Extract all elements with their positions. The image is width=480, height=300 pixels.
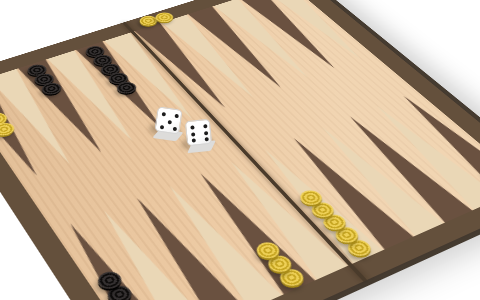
- die-1[interactable]: [154, 106, 182, 134]
- scene: [0, 0, 480, 300]
- backgammon-photo: [0, 0, 480, 300]
- die-top-face-5: [154, 106, 182, 134]
- die-2[interactable]: [185, 119, 212, 146]
- backgammon-board: [0, 0, 480, 300]
- die-top-face-6: [185, 119, 212, 146]
